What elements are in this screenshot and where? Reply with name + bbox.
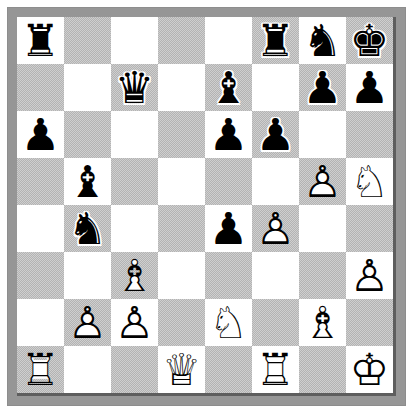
piece-black-bishop: ♝	[205, 64, 252, 111]
piece-white-pawn: ♟♙	[346, 252, 393, 299]
square-d2[interactable]	[158, 299, 205, 346]
square-a8[interactable]: ♜	[17, 17, 64, 64]
square-g5[interactable]: ♟♙	[299, 158, 346, 205]
board-frame: ♜♜♞♚♛♝♟♟♟♟♟♝♟♙♞♘♞♟♟♙♝♗♟♙♟♙♟♙♞♘♝♗♜♖♛♕♜♖♚♔	[7, 7, 406, 406]
square-f4[interactable]: ♟♙	[252, 205, 299, 252]
square-h5[interactable]: ♞♘	[346, 158, 393, 205]
square-f2[interactable]	[252, 299, 299, 346]
square-c6[interactable]	[111, 111, 158, 158]
square-e8[interactable]	[205, 17, 252, 64]
square-a2[interactable]	[17, 299, 64, 346]
square-e2[interactable]: ♞♘	[205, 299, 252, 346]
square-b5[interactable]: ♝	[64, 158, 111, 205]
piece-white-pawn: ♟♙	[64, 299, 111, 346]
piece-black-pawn: ♟	[205, 111, 252, 158]
square-h7[interactable]: ♟	[346, 64, 393, 111]
piece-white-rook: ♜♖	[17, 346, 64, 393]
square-a4[interactable]	[17, 205, 64, 252]
square-d8[interactable]	[158, 17, 205, 64]
square-c8[interactable]	[111, 17, 158, 64]
square-h6[interactable]	[346, 111, 393, 158]
piece-black-pawn: ♟	[17, 111, 64, 158]
square-f3[interactable]	[252, 252, 299, 299]
square-f5[interactable]	[252, 158, 299, 205]
piece-white-rook: ♜♖	[252, 346, 299, 393]
square-g7[interactable]: ♟	[299, 64, 346, 111]
piece-white-pawn: ♟♙	[299, 158, 346, 205]
square-c4[interactable]	[111, 205, 158, 252]
square-c1[interactable]	[111, 346, 158, 393]
piece-black-king: ♚	[346, 17, 393, 64]
square-b2[interactable]: ♟♙	[64, 299, 111, 346]
square-a6[interactable]: ♟	[17, 111, 64, 158]
square-d3[interactable]	[158, 252, 205, 299]
square-h2[interactable]	[346, 299, 393, 346]
square-a3[interactable]	[17, 252, 64, 299]
square-f7[interactable]	[252, 64, 299, 111]
square-b1[interactable]	[64, 346, 111, 393]
square-a1[interactable]: ♜♖	[17, 346, 64, 393]
piece-black-pawn: ♟	[205, 205, 252, 252]
square-e3[interactable]	[205, 252, 252, 299]
square-e7[interactable]: ♝	[205, 64, 252, 111]
piece-white-pawn: ♟♙	[252, 205, 299, 252]
square-e6[interactable]: ♟	[205, 111, 252, 158]
square-g4[interactable]	[299, 205, 346, 252]
square-e4[interactable]: ♟	[205, 205, 252, 252]
square-b6[interactable]	[64, 111, 111, 158]
piece-black-pawn: ♟	[299, 64, 346, 111]
square-g6[interactable]	[299, 111, 346, 158]
square-d1[interactable]: ♛♕	[158, 346, 205, 393]
square-h4[interactable]	[346, 205, 393, 252]
square-d6[interactable]	[158, 111, 205, 158]
piece-white-queen: ♛♕	[158, 346, 205, 393]
piece-black-queen: ♛	[111, 64, 158, 111]
piece-black-pawn: ♟	[346, 64, 393, 111]
piece-white-knight: ♞♘	[346, 158, 393, 205]
square-b4[interactable]: ♞	[64, 205, 111, 252]
square-c7[interactable]: ♛	[111, 64, 158, 111]
square-b8[interactable]	[64, 17, 111, 64]
piece-black-pawn: ♟	[252, 111, 299, 158]
chess-diagram: ♜♜♞♚♛♝♟♟♟♟♟♝♟♙♞♘♞♟♟♙♝♗♟♙♟♙♟♙♞♘♝♗♜♖♛♕♜♖♚♔	[0, 0, 414, 406]
piece-white-king: ♚♔	[346, 346, 393, 393]
piece-white-bishop: ♝♗	[111, 252, 158, 299]
square-g3[interactable]	[299, 252, 346, 299]
square-a7[interactable]	[17, 64, 64, 111]
square-f6[interactable]: ♟	[252, 111, 299, 158]
square-d7[interactable]	[158, 64, 205, 111]
square-g8[interactable]: ♞	[299, 17, 346, 64]
square-h8[interactable]: ♚	[346, 17, 393, 64]
piece-black-bishop: ♝	[64, 158, 111, 205]
chess-board: ♜♜♞♚♛♝♟♟♟♟♟♝♟♙♞♘♞♟♟♙♝♗♟♙♟♙♟♙♞♘♝♗♜♖♛♕♜♖♚♔	[17, 17, 396, 396]
square-c3[interactable]: ♝♗	[111, 252, 158, 299]
piece-white-knight: ♞♘	[205, 299, 252, 346]
square-f1[interactable]: ♜♖	[252, 346, 299, 393]
square-e5[interactable]	[205, 158, 252, 205]
square-b3[interactable]	[64, 252, 111, 299]
square-h3[interactable]: ♟♙	[346, 252, 393, 299]
square-b7[interactable]	[64, 64, 111, 111]
square-a5[interactable]	[17, 158, 64, 205]
square-d5[interactable]	[158, 158, 205, 205]
square-e1[interactable]	[205, 346, 252, 393]
square-h1[interactable]: ♚♔	[346, 346, 393, 393]
square-d4[interactable]	[158, 205, 205, 252]
square-g2[interactable]: ♝♗	[299, 299, 346, 346]
piece-black-knight: ♞	[299, 17, 346, 64]
square-f8[interactable]: ♜	[252, 17, 299, 64]
piece-white-pawn: ♟♙	[111, 299, 158, 346]
square-c5[interactable]	[111, 158, 158, 205]
piece-black-knight: ♞	[64, 205, 111, 252]
piece-black-rook: ♜	[17, 17, 64, 64]
square-g1[interactable]	[299, 346, 346, 393]
square-c2[interactable]: ♟♙	[111, 299, 158, 346]
piece-black-rook: ♜	[252, 17, 299, 64]
piece-white-bishop: ♝♗	[299, 299, 346, 346]
